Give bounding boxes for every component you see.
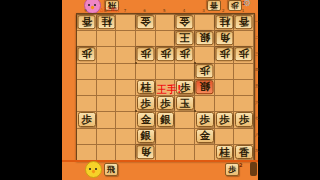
file-label-3: 3 xyxy=(202,8,205,13)
piece-金-67-sente[interactable]: 金 xyxy=(137,112,155,126)
piece-glyph: 金 xyxy=(141,114,152,125)
piece-glyph: 玉 xyxy=(180,98,191,109)
sente-hand-rook-tile[interactable]: 飛 xyxy=(104,163,118,176)
app-content: 飛 香 歩 2 ⚙ △3五銀打 香桂金金桂香王銀角歩歩歩歩歩歩歩銀角桂歩歩歩玉歩… xyxy=(62,0,258,180)
rank-label-1: 一 xyxy=(255,19,259,24)
piece-歩-27-sente[interactable]: 歩 xyxy=(216,112,234,126)
rank-label-4: 四 xyxy=(255,67,259,72)
app-screen: 飛 香 歩 2 ⚙ △3五銀打 香桂金金桂香王銀角歩歩歩歩歩歩歩銀角桂歩歩歩玉歩… xyxy=(0,0,320,180)
piece-glyph: 銀 xyxy=(141,130,152,141)
file-label-2: 2 xyxy=(222,8,225,13)
file-label-7: 7 xyxy=(124,8,127,13)
piece-金-38-sente[interactable]: 金 xyxy=(196,129,214,143)
piece-glyph: 歩 xyxy=(160,98,171,109)
piece-銀-68-sente[interactable]: 銀 xyxy=(137,129,155,143)
piece-桂-65-sente[interactable]: 桂 xyxy=(137,80,155,94)
gote-hand-pawn-tile[interactable]: 歩 xyxy=(228,0,242,11)
piece-歩-53-gote[interactable]: 歩 xyxy=(157,47,175,61)
piece-金-61-gote[interactable]: 金 xyxy=(137,15,155,29)
rank-label-5: 五 xyxy=(255,83,259,88)
star-point xyxy=(135,62,137,64)
piece-角-22-gote[interactable]: 角 xyxy=(216,31,234,45)
star-point xyxy=(194,62,196,64)
avatar-beak xyxy=(91,169,95,173)
piece-銀-35-gote[interactable]: 銀 xyxy=(196,80,214,94)
piece-glyph: 銀 xyxy=(200,33,211,44)
gote-hand-pawn: 歩 xyxy=(231,2,239,10)
piece-桂-21-gote[interactable]: 桂 xyxy=(216,15,234,29)
rank-label-2: 二 xyxy=(255,35,259,40)
piece-歩-34-gote[interactable]: 歩 xyxy=(196,64,214,78)
piece-glyph: 銀 xyxy=(200,82,211,93)
file-label-9: 9 xyxy=(84,8,87,13)
piece-王-42-gote[interactable]: 王 xyxy=(176,31,194,45)
piece-glyph: 歩 xyxy=(180,49,191,60)
sente-hand-pawn: 歩 xyxy=(228,166,236,174)
piece-glyph: 歩 xyxy=(82,114,93,125)
piece-歩-56-sente[interactable]: 歩 xyxy=(157,96,175,110)
piece-香-11-gote[interactable]: 香 xyxy=(235,15,253,29)
piece-glyph: 歩 xyxy=(141,98,152,109)
piece-歩-23-gote[interactable]: 歩 xyxy=(216,47,234,61)
piece-桂-29-sente[interactable]: 桂 xyxy=(216,145,234,159)
piece-歩-37-sente[interactable]: 歩 xyxy=(196,112,214,126)
piece-glyph: 角 xyxy=(141,147,152,158)
last-move-label: △3五銀打 xyxy=(100,7,120,12)
sente-pawn-count: 2 xyxy=(239,162,242,168)
piece-glyph: 歩 xyxy=(200,66,211,77)
piece-歩-97-sente[interactable]: 歩 xyxy=(78,112,96,126)
piece-glyph: 桂 xyxy=(101,17,112,28)
piece-歩-66-sente[interactable]: 歩 xyxy=(137,96,155,110)
player-avatar xyxy=(85,161,102,178)
piece-歩-93-gote[interactable]: 歩 xyxy=(78,47,96,61)
piece-glyph: 歩 xyxy=(160,49,171,60)
piece-glyph: 王 xyxy=(180,33,191,44)
piece-glyph: 歩 xyxy=(200,114,211,125)
piece-glyph: 歩 xyxy=(219,114,230,125)
sente-hand-rook: 飛 xyxy=(107,166,115,174)
gote-hand-lance-tile[interactable]: 香 xyxy=(207,0,221,11)
piece-glyph: 香 xyxy=(239,17,250,28)
rank-label-9: 九 xyxy=(255,148,259,153)
sente-hand-pawn-tile[interactable]: 歩 xyxy=(225,163,239,176)
piece-歩-63-gote[interactable]: 歩 xyxy=(137,47,155,61)
piece-glyph: 桂 xyxy=(219,17,230,28)
check-announcement: 王手! xyxy=(157,83,182,97)
piece-glyph: 金 xyxy=(180,17,191,28)
piece-玉-46-sente[interactable]: 玉 xyxy=(176,96,194,110)
file-label-8: 8 xyxy=(104,8,107,13)
settings-gear-icon[interactable]: ⚙ xyxy=(243,0,251,8)
piece-角-69-gote[interactable]: 角 xyxy=(137,145,155,159)
piece-桂-81-gote[interactable]: 桂 xyxy=(98,15,116,29)
gote-hand-lance: 香 xyxy=(210,2,218,10)
edge-button[interactable] xyxy=(250,162,257,176)
rank-label-8: 八 xyxy=(255,132,259,137)
file-label-4: 4 xyxy=(183,8,186,13)
piece-金-41-gote[interactable]: 金 xyxy=(176,15,194,29)
piece-glyph: 歩 xyxy=(219,49,230,60)
avatar-eye xyxy=(95,168,97,170)
piece-glyph: 銀 xyxy=(160,114,171,125)
avatar-eye xyxy=(88,4,90,6)
avatar-eye xyxy=(89,168,91,170)
avatar-beak xyxy=(90,5,94,9)
piece-glyph: 金 xyxy=(200,130,211,141)
rank-label-3: 三 xyxy=(255,51,259,56)
piece-銀-32-gote[interactable]: 銀 xyxy=(196,31,214,45)
piece-香-91-gote[interactable]: 香 xyxy=(78,15,96,29)
file-label-6: 6 xyxy=(143,8,146,13)
file-label-1: 1 xyxy=(242,8,245,13)
piece-歩-43-gote[interactable]: 歩 xyxy=(176,47,194,61)
piece-glyph: 香 xyxy=(82,17,93,28)
piece-glyph: 歩 xyxy=(82,49,93,60)
piece-glyph: 歩 xyxy=(239,114,250,125)
piece-glyph: 金 xyxy=(141,17,152,28)
piece-glyph: 歩 xyxy=(141,49,152,60)
piece-glyph: 歩 xyxy=(239,49,250,60)
piece-glyph: 桂 xyxy=(141,82,152,93)
avatar-eye xyxy=(94,4,96,6)
piece-glyph: 香 xyxy=(239,147,250,158)
piece-銀-57-sente[interactable]: 銀 xyxy=(157,112,175,126)
piece-歩-17-sente[interactable]: 歩 xyxy=(235,112,253,126)
piece-歩-13-gote[interactable]: 歩 xyxy=(235,47,253,61)
rank-label-6: 六 xyxy=(255,100,259,105)
piece-glyph: 桂 xyxy=(219,147,230,158)
file-label-5: 5 xyxy=(163,8,166,13)
piece-glyph: 角 xyxy=(219,33,230,44)
piece-香-19-sente[interactable]: 香 xyxy=(235,145,253,159)
rank-label-7: 七 xyxy=(255,116,259,121)
